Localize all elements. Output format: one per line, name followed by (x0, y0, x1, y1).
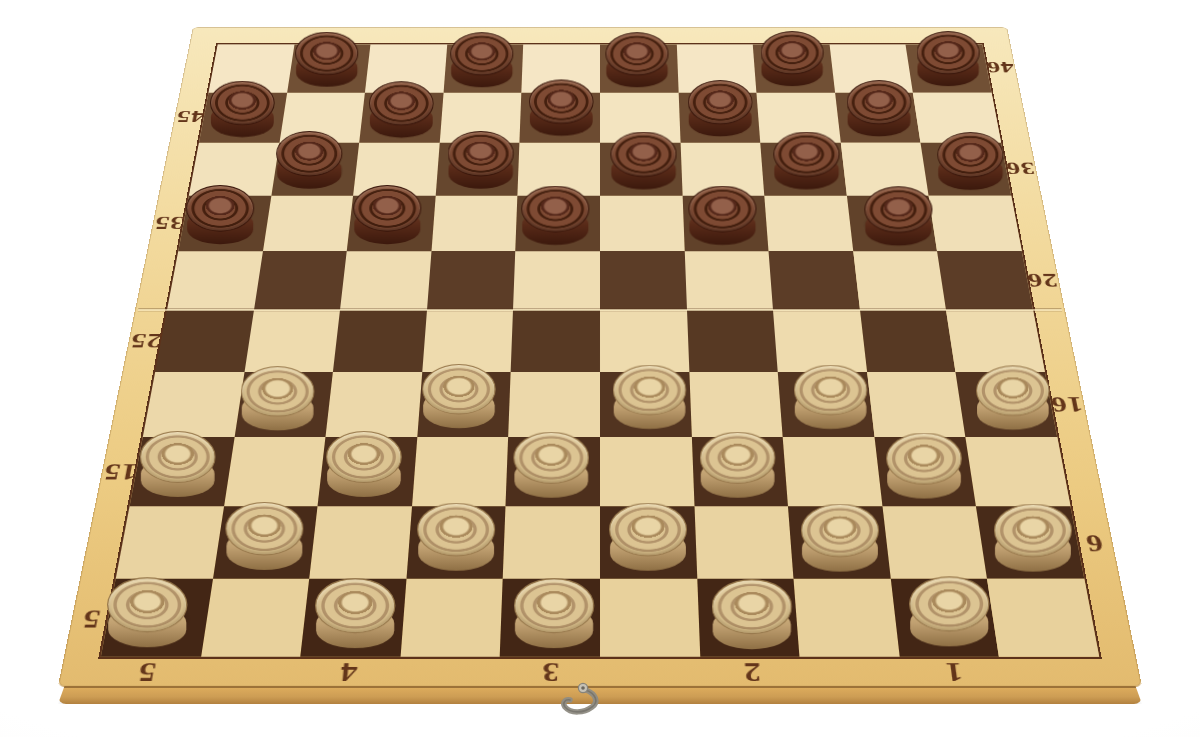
piece-top-face (613, 364, 687, 415)
board-cell (694, 506, 794, 579)
board-grid (98, 43, 1102, 658)
board-cell (783, 437, 882, 506)
piece-top-face (916, 31, 979, 74)
square-number-label: 26 (1009, 270, 1076, 290)
board-cell (167, 251, 263, 310)
dark-piece (847, 80, 912, 137)
light-piece (107, 577, 187, 648)
piece-top-face (994, 504, 1072, 558)
board-cell (882, 506, 987, 579)
light-piece (609, 503, 687, 572)
square-number-label: 1 (914, 659, 992, 687)
board-cell (155, 310, 253, 372)
board-cell (600, 196, 684, 252)
piece-top-face (315, 578, 395, 633)
piece-top-face (847, 80, 912, 124)
light-piece (327, 431, 403, 498)
board-cell (520, 92, 600, 142)
board-cell (867, 372, 966, 437)
piece-top-face (611, 131, 677, 176)
board-cell (417, 372, 511, 437)
board-cell (427, 251, 516, 310)
piece-top-face (700, 432, 776, 484)
draughts-board: 45352515546362616654321 (58, 27, 1142, 686)
light-piece (225, 502, 303, 571)
dark-piece (276, 131, 342, 190)
board-cell (143, 372, 244, 437)
light-piece (711, 579, 791, 650)
dark-piece (606, 32, 669, 88)
piece-top-face (976, 365, 1050, 416)
board-cell (333, 310, 427, 372)
board-cell (287, 44, 371, 92)
light-piece (513, 431, 589, 498)
board-cell (513, 251, 600, 310)
board-cell (412, 437, 509, 506)
board-cell (684, 251, 773, 310)
board-cell (359, 92, 443, 142)
dark-piece (688, 80, 753, 137)
piece-top-face (688, 186, 756, 233)
light-piece (422, 364, 496, 429)
piece-top-face (417, 502, 495, 556)
light-piece (909, 576, 989, 647)
board-cell (503, 506, 600, 579)
board-cell (764, 196, 853, 252)
board-cell (130, 437, 235, 506)
square-number-label: 2 (714, 659, 790, 687)
board-cell (778, 372, 874, 437)
square-number-label: 4 (309, 659, 386, 687)
piece-top-face (711, 579, 791, 634)
light-piece (613, 364, 687, 429)
board-cell (678, 92, 760, 142)
piece-top-face (369, 81, 434, 125)
board-cell (697, 579, 800, 657)
light-piece (976, 365, 1050, 430)
piece-top-face (688, 80, 753, 124)
dark-piece (354, 185, 422, 245)
board-cell (116, 506, 224, 579)
light-piece (315, 578, 395, 649)
piece-top-face (761, 31, 824, 74)
board-cell (689, 372, 783, 437)
board-cell (511, 310, 600, 372)
board-cell (835, 92, 921, 142)
light-piece (140, 431, 216, 498)
board-cell (254, 251, 347, 310)
board-cell (847, 196, 938, 252)
light-piece (794, 365, 868, 430)
board-cell (966, 437, 1071, 506)
light-piece (513, 578, 593, 649)
piece-top-face (140, 431, 216, 483)
board-cell (506, 437, 600, 506)
board-cell (326, 372, 422, 437)
piece-top-face (513, 431, 589, 483)
board-scene: 45352515546362616654321 (135, 0, 1065, 737)
board-cell (987, 579, 1099, 657)
board-cell (234, 372, 333, 437)
board-cell (891, 579, 1000, 657)
board-cell (600, 437, 694, 506)
piece-top-face (864, 186, 932, 233)
piece-top-face (276, 131, 342, 176)
square-number-label: 45 (159, 108, 221, 125)
photo-background: 45352515546362616654321 (0, 0, 1200, 737)
dark-piece (774, 132, 840, 191)
piece-top-face (909, 576, 989, 631)
board-cell (500, 579, 600, 657)
board-cell (853, 251, 946, 310)
piece-top-face (529, 80, 594, 124)
board-cell (271, 143, 359, 196)
board-cell (516, 196, 600, 252)
board-cell (443, 44, 523, 92)
square-number-label: 36 (988, 159, 1052, 177)
board-cell (600, 372, 691, 437)
board-cell (687, 310, 778, 372)
board-cell (213, 506, 318, 579)
board-cell (300, 579, 406, 657)
board-cell (794, 579, 900, 657)
piece-top-face (422, 364, 496, 415)
board-cell (244, 310, 340, 372)
board-cell (600, 251, 687, 310)
board-cell (929, 196, 1022, 252)
board-cell (340, 251, 431, 310)
board-cell (760, 143, 846, 196)
piece-top-face (295, 32, 358, 75)
light-piece (994, 504, 1072, 573)
board-cell (224, 437, 326, 506)
board-cell (874, 437, 976, 506)
board-cell (509, 372, 600, 437)
board-cell (946, 310, 1044, 372)
light-piece (700, 432, 776, 499)
piece-top-face (606, 32, 669, 75)
piece-top-face (521, 185, 589, 232)
dark-piece (369, 81, 434, 138)
dark-piece (688, 186, 756, 246)
light-piece (241, 366, 315, 431)
piece-top-face (801, 503, 879, 557)
light-piece (801, 503, 879, 572)
board-cell (600, 506, 697, 579)
piece-top-face (448, 131, 514, 176)
dark-piece (295, 32, 358, 88)
dark-piece (521, 185, 589, 245)
board-cell (682, 196, 768, 252)
piece-top-face (609, 503, 687, 557)
board-cell (753, 44, 835, 92)
piece-top-face (241, 366, 315, 417)
dark-piece (529, 80, 594, 137)
piece-top-face (450, 32, 513, 75)
board-cell (318, 437, 417, 506)
board-cell (600, 44, 678, 92)
piece-top-face (513, 578, 593, 633)
board-cell (263, 196, 354, 252)
board-cell (400, 579, 503, 657)
board-cell (431, 196, 517, 252)
board-cell (769, 251, 860, 310)
board-cell (691, 437, 788, 506)
board-cell (436, 143, 520, 196)
board-cell (309, 506, 411, 579)
dark-piece (448, 131, 514, 190)
piece-top-face (225, 502, 303, 556)
board-cell (956, 372, 1057, 437)
dark-piece (864, 186, 932, 246)
dark-piece (450, 32, 513, 88)
board-cell (201, 579, 310, 657)
light-piece (417, 502, 495, 571)
board-cell (347, 196, 436, 252)
square-number-label: 46 (970, 59, 1030, 76)
piece-top-face (886, 432, 962, 484)
board-cell (788, 506, 890, 579)
board-cell (406, 506, 506, 579)
dark-piece (611, 131, 677, 190)
square-number-label: 5 (106, 659, 185, 687)
board-cell (422, 310, 513, 372)
board-cell (101, 579, 213, 657)
board-cell (600, 310, 689, 372)
board-cell (860, 310, 956, 372)
clasp-hook-icon (552, 680, 622, 732)
light-piece (886, 432, 962, 499)
dark-piece (761, 31, 824, 87)
square-number-label: 35 (136, 213, 201, 232)
board-cell (600, 143, 682, 196)
board-cell (600, 579, 700, 657)
board-cell (976, 506, 1084, 579)
board-cell (773, 310, 867, 372)
